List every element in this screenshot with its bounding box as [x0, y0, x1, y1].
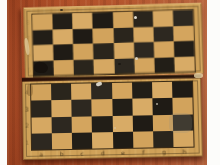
- square-h6[interactable]: [174, 41, 195, 57]
- square-a6[interactable]: [33, 45, 53, 61]
- square-f4[interactable]: [132, 82, 152, 99]
- squares-bottom: [30, 80, 195, 150]
- square-h2[interactable]: [173, 114, 194, 131]
- rank-label-1: 1: [24, 134, 31, 151]
- square-f7[interactable]: [133, 27, 154, 43]
- square-b6[interactable]: [53, 44, 73, 60]
- square-f3[interactable]: [132, 98, 152, 115]
- square-e2[interactable]: [112, 115, 132, 132]
- rank-label-4: 4: [23, 84, 30, 101]
- square-d2[interactable]: [92, 116, 112, 133]
- square-d5[interactable]: [94, 58, 115, 74]
- square-h5[interactable]: [174, 56, 195, 72]
- file-label-f: f: [133, 147, 154, 156]
- file-label-d: d: [92, 148, 113, 157]
- square-c6[interactable]: [73, 44, 93, 60]
- square-c7[interactable]: [73, 28, 93, 44]
- square-d1[interactable]: [92, 132, 112, 149]
- square-c4[interactable]: [71, 83, 91, 100]
- board-top-half: 8765: [23, 3, 204, 79]
- square-g3[interactable]: [152, 98, 173, 115]
- square-b8[interactable]: [52, 13, 72, 29]
- square-f5[interactable]: [134, 57, 155, 73]
- square-d3[interactable]: [92, 99, 112, 116]
- rank-label-3: 3: [23, 100, 30, 117]
- square-b3[interactable]: [51, 100, 71, 117]
- file-label-c: c: [72, 149, 93, 158]
- file-label-g: g: [154, 147, 175, 156]
- square-g8[interactable]: [153, 11, 174, 27]
- square-a2[interactable]: [32, 117, 52, 134]
- square-g1[interactable]: [153, 131, 174, 148]
- square-g7[interactable]: [153, 26, 174, 42]
- square-g2[interactable]: [152, 114, 173, 131]
- square-e8[interactable]: [113, 12, 133, 28]
- file-label-h: h: [174, 147, 195, 156]
- square-a5[interactable]: [34, 60, 54, 76]
- square-f2[interactable]: [132, 115, 153, 132]
- square-g4[interactable]: [152, 82, 172, 99]
- page-background: 8765 4321 abcdefgh: [0, 0, 220, 165]
- square-e6[interactable]: [113, 43, 134, 59]
- chessboard: 8765 4321 abcdefgh: [21, 4, 203, 160]
- rank-label-5: 5: [26, 61, 33, 77]
- square-f1[interactable]: [133, 131, 154, 148]
- square-b5[interactable]: [54, 60, 74, 76]
- square-h1[interactable]: [173, 130, 194, 147]
- file-labels: abcdefgh: [31, 147, 195, 159]
- square-b1[interactable]: [52, 133, 72, 150]
- square-h8[interactable]: [173, 10, 194, 26]
- square-c8[interactable]: [73, 13, 93, 29]
- rank-label-2: 2: [23, 117, 30, 134]
- square-d7[interactable]: [93, 28, 113, 44]
- square-a7[interactable]: [33, 29, 53, 45]
- file-label-b: b: [51, 149, 72, 158]
- file-label-a: a: [31, 149, 52, 158]
- photo-of-table: 8765 4321 abcdefgh: [7, 0, 207, 165]
- square-g6[interactable]: [154, 41, 175, 57]
- rank-label-6: 6: [25, 45, 32, 61]
- square-c5[interactable]: [74, 59, 95, 75]
- square-a4[interactable]: [31, 84, 51, 101]
- rank-label-7: 7: [25, 29, 32, 45]
- square-f6[interactable]: [134, 42, 155, 58]
- squares-top: [31, 9, 195, 77]
- square-d4[interactable]: [91, 83, 111, 100]
- board-bottom-half: 4321 abcdefgh: [22, 78, 203, 160]
- square-b2[interactable]: [52, 116, 72, 133]
- square-c1[interactable]: [72, 132, 92, 149]
- square-g5[interactable]: [154, 57, 175, 73]
- square-h3[interactable]: [172, 98, 193, 115]
- square-f8[interactable]: [133, 11, 154, 27]
- square-e5[interactable]: [114, 58, 135, 74]
- square-e4[interactable]: [112, 83, 132, 100]
- square-a8[interactable]: [32, 14, 52, 30]
- square-d8[interactable]: [93, 12, 113, 28]
- square-b4[interactable]: [51, 84, 71, 101]
- rank-labels-bottom: 4321: [23, 84, 31, 151]
- square-e1[interactable]: [112, 131, 133, 148]
- square-e7[interactable]: [113, 27, 134, 43]
- square-h7[interactable]: [173, 25, 194, 41]
- file-label-e: e: [113, 148, 134, 157]
- square-d6[interactable]: [93, 43, 114, 59]
- square-h4[interactable]: [172, 81, 193, 98]
- square-c2[interactable]: [72, 116, 92, 133]
- square-c3[interactable]: [72, 100, 92, 117]
- square-e3[interactable]: [112, 99, 132, 116]
- square-a1[interactable]: [32, 133, 52, 150]
- square-b7[interactable]: [53, 29, 73, 45]
- square-a3[interactable]: [31, 100, 51, 117]
- rank-label-8: 8: [24, 14, 31, 30]
